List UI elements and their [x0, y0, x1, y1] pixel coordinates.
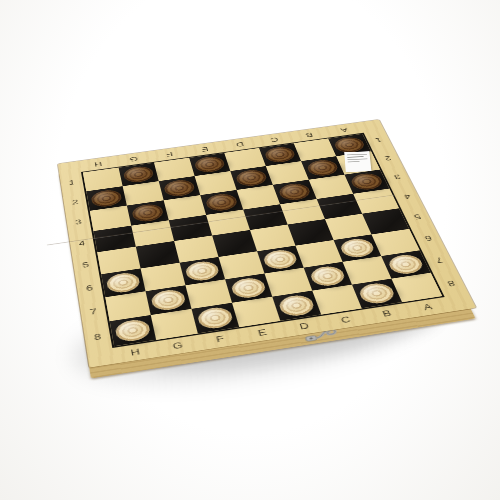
rank-left-label-4: 4	[69, 231, 96, 256]
barcode-sticker	[344, 151, 371, 172]
square-f6[interactable]	[180, 257, 225, 285]
rank-right-label-6: 6	[411, 226, 445, 251]
photo-canvas: HGFEDCBA HGFEDCBA 12345678 12345678	[0, 0, 500, 500]
square-f3[interactable]	[164, 195, 206, 220]
square-f4[interactable]	[169, 215, 212, 241]
square-g6[interactable]	[141, 263, 186, 292]
dark-piece-g3[interactable]	[131, 203, 165, 223]
piece-top	[131, 203, 165, 223]
square-f8[interactable]	[192, 303, 240, 334]
square-h3[interactable]	[90, 206, 131, 232]
